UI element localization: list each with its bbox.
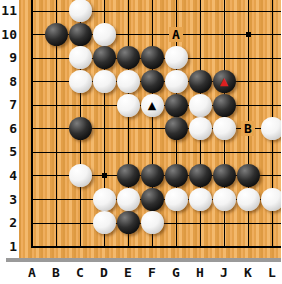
board-point-E7	[116, 93, 140, 117]
board-point-D9	[92, 46, 116, 70]
board-point-G10: A	[164, 23, 188, 47]
stone-black-J7	[213, 94, 236, 117]
stone-white-C8	[69, 70, 92, 93]
board-point-L6	[260, 117, 281, 141]
board-point-E4	[116, 164, 140, 188]
stone-white-G9	[165, 46, 188, 69]
stone-white-D2	[93, 211, 116, 234]
board-point-F4	[140, 164, 164, 188]
stone-black-F4	[141, 164, 164, 187]
board-edge-shadow	[6, 258, 281, 262]
stone-black-G4	[165, 164, 188, 187]
stone-black-F9	[141, 46, 164, 69]
board-point-G3	[164, 188, 188, 212]
row-label-9: 9	[0, 49, 17, 67]
board-point-C6	[68, 117, 92, 141]
board-point-H4	[188, 164, 212, 188]
column-label-D: D	[92, 264, 116, 282]
stone-black-E9	[117, 46, 140, 69]
row-label-3: 3	[0, 191, 17, 209]
board-point-C11	[68, 0, 92, 23]
stone-white-F2	[141, 211, 164, 234]
stone-black-K4	[237, 164, 260, 187]
stone-white-E8	[117, 70, 140, 93]
board-point-G4	[164, 164, 188, 188]
board-grid: ▲▲AB	[20, 0, 281, 258]
board-point-E3	[116, 188, 140, 212]
column-label-C: C	[68, 264, 92, 282]
board-point-G9	[164, 46, 188, 70]
row-label-10: 10	[0, 26, 17, 44]
column-label-B: B	[44, 264, 68, 282]
board-point-J4	[212, 164, 236, 188]
stone-white-C9	[69, 46, 92, 69]
board-point-D10	[92, 23, 116, 47]
column-label-L: L	[260, 264, 281, 282]
board-point-L3	[260, 188, 281, 212]
stone-white-C11	[69, 0, 92, 22]
board-point-G7	[164, 93, 188, 117]
stone-black-C6	[69, 117, 92, 140]
board-point-D2	[92, 211, 116, 235]
stone-white-L6	[261, 117, 282, 140]
board-point-H8	[188, 70, 212, 94]
row-label-1: 1	[0, 238, 17, 256]
board-point-F7: ▲	[140, 93, 164, 117]
stone-white-E3	[117, 188, 140, 211]
column-label-G: G	[164, 264, 188, 282]
stone-white-H6	[189, 117, 212, 140]
board-point-H3	[188, 188, 212, 212]
board-point-J3	[212, 188, 236, 212]
column-label-J: J	[212, 264, 236, 282]
stone-white-D3	[93, 188, 116, 211]
row-label-5: 5	[0, 143, 17, 161]
stone-white-D8	[93, 70, 116, 93]
stone-black-D9	[93, 46, 116, 69]
board-point-C8	[68, 70, 92, 94]
stone-white-C4	[69, 164, 92, 187]
stone-black-B10	[45, 23, 68, 46]
board-point-J7	[212, 93, 236, 117]
stone-white-G3	[165, 188, 188, 211]
board-point-E9	[116, 46, 140, 70]
stone-white-L3	[261, 188, 282, 211]
stone-white-H7	[189, 94, 212, 117]
board-point-G6	[164, 117, 188, 141]
stone-black-F3	[141, 188, 164, 211]
board-point-B10	[44, 23, 68, 47]
stone-white-G8	[165, 70, 188, 93]
board-letter-label-A: A	[169, 27, 183, 42]
board-point-C4	[68, 164, 92, 188]
board-point-F2	[140, 211, 164, 235]
board-point-C9	[68, 46, 92, 70]
board-letter-label-B: B	[241, 121, 255, 136]
stone-black-G6	[165, 117, 188, 140]
stone-white-J6	[213, 117, 236, 140]
row-label-8: 8	[0, 73, 17, 91]
stone-white-E7	[117, 94, 140, 117]
board-point-F8	[140, 70, 164, 94]
stone-black-E4	[117, 164, 140, 187]
board-point-H6	[188, 117, 212, 141]
column-label-A: A	[20, 264, 44, 282]
row-label-2: 2	[0, 214, 17, 232]
column-label-F: F	[140, 264, 164, 282]
go-diagram: ▲▲AB ABCDEFGHJKL1110987654321	[0, 0, 281, 284]
column-label-H: H	[188, 264, 212, 282]
stone-black-H8	[189, 70, 212, 93]
stone-white-H3	[189, 188, 212, 211]
column-label-E: E	[116, 264, 140, 282]
board-point-H7	[188, 93, 212, 117]
column-label-K: K	[236, 264, 260, 282]
row-label-6: 6	[0, 120, 17, 138]
stone-white-K3	[237, 188, 260, 211]
board-point-D8	[92, 70, 116, 94]
row-label-11: 11	[0, 2, 17, 20]
stone-black-J8: ▲	[213, 70, 236, 93]
stone-black-G7	[165, 94, 188, 117]
board-point-E8	[116, 70, 140, 94]
board-point-F3	[140, 188, 164, 212]
board-point-G8	[164, 70, 188, 94]
row-label-4: 4	[0, 167, 17, 185]
stone-black-H4	[189, 164, 212, 187]
stone-white-J3	[213, 188, 236, 211]
stone-black-F8	[141, 70, 164, 93]
board-point-C10	[68, 23, 92, 47]
board-point-K4	[236, 164, 260, 188]
stone-white-F7: ▲	[141, 94, 164, 117]
black-triangle-icon: ▲	[148, 99, 156, 110]
board-point-K3	[236, 188, 260, 212]
board-point-J6	[212, 117, 236, 141]
row-label-7: 7	[0, 96, 17, 114]
stone-black-C10	[69, 23, 92, 46]
board-point-F9	[140, 46, 164, 70]
stone-white-D10	[93, 23, 116, 46]
board-point-E2	[116, 211, 140, 235]
stone-black-E2	[117, 211, 140, 234]
board-point-K6: B	[236, 117, 260, 141]
board-point-D3	[92, 188, 116, 212]
red-triangle-icon: ▲	[220, 75, 228, 86]
stone-black-J4	[213, 164, 236, 187]
board-point-J8: ▲	[212, 70, 236, 94]
